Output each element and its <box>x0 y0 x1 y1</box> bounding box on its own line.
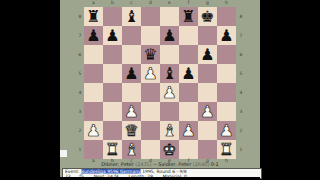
white-player-name: Dibner, Peter <box>101 161 133 167</box>
square-h2: ♟ <box>217 121 236 140</box>
black-player-name: Svidler, Peter <box>158 161 191 167</box>
white-pawn-piece: ♟ <box>122 102 141 121</box>
rank-label-2: 2 <box>78 123 83 137</box>
file-label-b: b <box>105 0 119 5</box>
file-label-d: d <box>143 0 157 5</box>
black-bishop-piece: ♝ <box>122 7 141 26</box>
square-e4: ♟ <box>160 83 179 102</box>
square-c1: ♝ <box>122 140 141 159</box>
rank-label-7: 7 <box>78 28 83 42</box>
rank-labels-left: 87654321 <box>77 7 83 159</box>
square-d1 <box>141 140 160 159</box>
file-label-h: h <box>219 0 233 5</box>
rank-label-8: 8 <box>239 9 244 23</box>
square-f8: ♜ <box>179 7 198 26</box>
square-b4 <box>103 83 122 102</box>
white-player-elo: (2435) <box>135 161 151 167</box>
square-g8: ♚ <box>198 7 217 26</box>
square-g1 <box>198 140 217 159</box>
square-a8: ♜ <box>84 7 103 26</box>
rank-label-3: 3 <box>239 104 244 118</box>
square-f1 <box>179 140 198 159</box>
game-result: 0-1 <box>211 161 219 167</box>
square-a4 <box>84 83 103 102</box>
rank-label-5: 5 <box>239 66 244 80</box>
file-label-c: c <box>124 0 138 5</box>
square-b1: ♜ <box>103 140 122 159</box>
square-g7 <box>198 26 217 45</box>
black-pawn-piece: ♟ <box>198 45 217 64</box>
square-h7: ♟ <box>217 26 236 45</box>
square-h6 <box>217 45 236 64</box>
black-pawn-piece: ♟ <box>122 64 141 83</box>
square-g3: ♟ <box>198 102 217 121</box>
file-label-a: a <box>86 0 100 5</box>
square-d3 <box>141 102 160 121</box>
black-pawn-piece: ♟ <box>160 26 179 45</box>
square-h8 <box>217 7 236 26</box>
square-f6 <box>179 45 198 64</box>
rank-label-1: 1 <box>78 142 83 156</box>
square-g2 <box>198 121 217 140</box>
black-pawn-piece: ♟ <box>179 64 198 83</box>
square-c8: ♝ <box>122 7 141 26</box>
square-h5 <box>217 64 236 83</box>
square-f4 <box>179 83 198 102</box>
white-pawn-piece: ♟ <box>141 64 160 83</box>
square-f7 <box>179 26 198 45</box>
square-d8 <box>141 7 160 26</box>
square-g6: ♟ <box>198 45 217 64</box>
square-c2: ♛ <box>122 121 141 140</box>
square-f5: ♟ <box>179 64 198 83</box>
square-a2: ♟ <box>84 121 103 140</box>
black-bishop-piece: ♝ <box>160 64 179 83</box>
square-e6 <box>160 45 179 64</box>
white-bishop-piece: ♝ <box>122 140 141 159</box>
rank-labels-right: 87654321 <box>238 7 244 159</box>
square-e8 <box>160 7 179 26</box>
square-h1: ♜ <box>217 140 236 159</box>
black-rook-piece: ♜ <box>179 7 198 26</box>
file-label-e: e <box>162 0 176 5</box>
square-e2: ♝ <box>160 121 179 140</box>
square-d5: ♟ <box>141 64 160 83</box>
players-line: Dibner, Peter (2435) -- Svidler, Peter (… <box>78 161 242 167</box>
bottom-letterbox <box>60 177 260 180</box>
white-king-piece: ♚ <box>160 140 179 159</box>
square-c3: ♟ <box>122 102 141 121</box>
rank-label-1: 1 <box>239 142 244 156</box>
white-pawn-piece: ♟ <box>160 83 179 102</box>
square-f3 <box>179 102 198 121</box>
rank-label-7: 7 <box>239 28 244 42</box>
players-separator: -- <box>153 161 157 167</box>
square-d7 <box>141 26 160 45</box>
chess-panel: abcdefgh 87654321 ♜♝♜♚♟♟♟♟♛♟♟♟♝♟♟♟♟♟♛♝♟♟… <box>60 0 260 177</box>
file-label-f: f <box>181 0 195 5</box>
black-king-piece: ♚ <box>198 7 217 26</box>
file-label-g: g <box>200 0 214 5</box>
video-frame: abcdefgh 87654321 ♜♝♜♚♟♟♟♟♛♟♟♟♝♟♟♟♟♟♛♝♟♟… <box>0 0 320 180</box>
square-e5: ♝ <box>160 64 179 83</box>
square-e7: ♟ <box>160 26 179 45</box>
square-c5: ♟ <box>122 64 141 83</box>
square-b5 <box>103 64 122 83</box>
white-rook-piece: ♜ <box>103 140 122 159</box>
square-a6 <box>84 45 103 64</box>
square-e3 <box>160 102 179 121</box>
white-pawn-piece: ♟ <box>179 121 198 140</box>
square-a7: ♟ <box>84 26 103 45</box>
black-rook-piece: ♜ <box>84 7 103 26</box>
square-a1 <box>84 140 103 159</box>
square-h4 <box>217 83 236 102</box>
square-f2: ♟ <box>179 121 198 140</box>
black-pawn-piece: ♟ <box>217 26 236 45</box>
square-d4 <box>141 83 160 102</box>
white-pawn-piece: ♟ <box>217 121 236 140</box>
white-pawn-piece: ♟ <box>84 121 103 140</box>
rank-label-8: 8 <box>78 9 83 23</box>
watermark-square <box>60 150 67 157</box>
square-b8 <box>103 7 122 26</box>
black-pawn-piece: ♟ <box>84 26 103 45</box>
square-a3 <box>84 102 103 121</box>
black-pawn-piece: ♟ <box>103 26 122 45</box>
square-d6: ♛ <box>141 45 160 64</box>
rank-label-2: 2 <box>239 123 244 137</box>
square-c4 <box>122 83 141 102</box>
square-b3 <box>103 102 122 121</box>
square-a5 <box>84 64 103 83</box>
black-player-elo: (2640) <box>193 161 209 167</box>
rank-label-6: 6 <box>239 47 244 61</box>
rank-label-6: 6 <box>78 47 83 61</box>
square-c7 <box>122 26 141 45</box>
rank-label-5: 5 <box>78 66 83 80</box>
square-b6 <box>103 45 122 64</box>
white-bishop-piece: ♝ <box>160 121 179 140</box>
square-b7: ♟ <box>103 26 122 45</box>
square-b2 <box>103 121 122 140</box>
rank-label-3: 3 <box>78 104 83 118</box>
square-e1: ♚ <box>160 140 179 159</box>
rank-label-4: 4 <box>239 85 244 99</box>
white-queen-piece: ♛ <box>122 121 141 140</box>
rank-label-4: 4 <box>78 85 83 99</box>
square-d2 <box>141 121 160 140</box>
square-h3 <box>217 102 236 121</box>
black-queen-piece: ♛ <box>141 45 160 64</box>
square-c6 <box>122 45 141 64</box>
white-rook-piece: ♜ <box>217 140 236 159</box>
white-pawn-piece: ♟ <box>198 102 217 121</box>
square-g4 <box>198 83 217 102</box>
file-labels-top: abcdefgh <box>84 0 236 6</box>
chess-board: ♜♝♜♚♟♟♟♟♛♟♟♟♝♟♟♟♟♟♛♝♟♟♜♝♚♜ <box>84 7 236 159</box>
square-g5 <box>198 64 217 83</box>
